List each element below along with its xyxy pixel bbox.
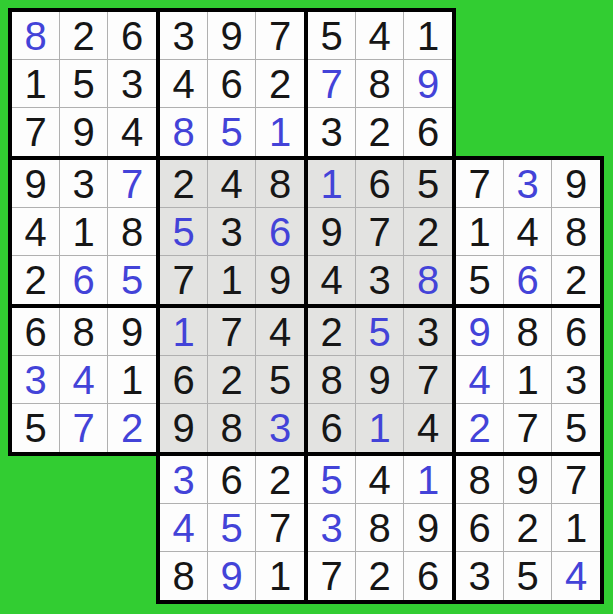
cell-r1c1[interactable]: 8 [12, 12, 60, 60]
cell-r8c4[interactable]: 6 [160, 356, 208, 404]
cell-r2c4[interactable]: 4 [160, 60, 208, 108]
cell-r4c2[interactable]: 3 [60, 160, 108, 208]
cell-r12c8[interactable]: 2 [356, 552, 404, 600]
cell-r6c7[interactable]: 4 [308, 256, 356, 304]
cell-r9c5[interactable]: 8 [208, 404, 256, 452]
cell-r2c5[interactable]: 6 [208, 60, 256, 108]
cell-r7c5[interactable]: 7 [208, 308, 256, 356]
cell-r9c8[interactable]: 1 [356, 404, 404, 452]
cell-r2c9[interactable]: 9 [404, 60, 452, 108]
cell-r1c7[interactable]: 5 [308, 12, 356, 60]
cell-r5c12[interactable]: 8 [552, 208, 600, 256]
cell-r2c6[interactable]: 2 [256, 60, 304, 108]
cell-r2c2[interactable]: 5 [60, 60, 108, 108]
cell-r12c11[interactable]: 5 [504, 552, 552, 600]
cell-r3c5[interactable]: 5 [208, 108, 256, 156]
cell-r2c1[interactable]: 1 [12, 60, 60, 108]
box-r2c4: 739148562 [452, 156, 604, 308]
cell-r5c6[interactable]: 6 [256, 208, 304, 256]
box-r4c3: 541389726 [304, 452, 456, 604]
cell-r7c9[interactable]: 3 [404, 308, 452, 356]
cell-r4c6[interactable]: 8 [256, 160, 304, 208]
cell-r8c7[interactable]: 8 [308, 356, 356, 404]
cell-r3c2[interactable]: 9 [60, 108, 108, 156]
box-r3c3: 253897614 [304, 304, 456, 456]
box-r1c2: 397462851 [156, 8, 308, 160]
cell-r9c1[interactable]: 5 [12, 404, 60, 452]
cell-r4c9[interactable]: 5 [404, 160, 452, 208]
cell-r10c11[interactable]: 9 [504, 456, 552, 504]
cell-r6c12[interactable]: 2 [552, 256, 600, 304]
cell-r10c9[interactable]: 1 [404, 456, 452, 504]
cell-r10c10[interactable]: 8 [456, 456, 504, 504]
cell-r4c1[interactable]: 9 [12, 160, 60, 208]
cell-r7c6[interactable]: 4 [256, 308, 304, 356]
cell-r5c8[interactable]: 7 [356, 208, 404, 256]
cell-r1c4[interactable]: 3 [160, 12, 208, 60]
box-r4c4: 897621354 [452, 452, 604, 604]
cell-r11c7[interactable]: 3 [308, 504, 356, 552]
cell-r9c4[interactable]: 9 [160, 404, 208, 452]
cell-r5c2[interactable]: 1 [60, 208, 108, 256]
cell-r7c2[interactable]: 8 [60, 308, 108, 356]
sudoku-board: 8261537943974628515417893269374182652485… [0, 0, 613, 614]
cell-r12c9[interactable]: 6 [404, 552, 452, 600]
box-r2c2: 248536719 [156, 156, 308, 308]
cell-r2c3[interactable]: 3 [108, 60, 156, 108]
cell-r5c4[interactable]: 5 [160, 208, 208, 256]
box-r2c1: 937418265 [8, 156, 160, 308]
cell-r3c7[interactable]: 3 [308, 108, 356, 156]
cell-r8c10[interactable]: 4 [456, 356, 504, 404]
box-r3c4: 986413275 [452, 304, 604, 456]
cell-r8c2[interactable]: 4 [60, 356, 108, 404]
cell-r5c3[interactable]: 8 [108, 208, 156, 256]
cell-r9c2[interactable]: 7 [60, 404, 108, 452]
cell-r10c6[interactable]: 2 [256, 456, 304, 504]
cell-r11c10[interactable]: 6 [456, 504, 504, 552]
cell-r8c12[interactable]: 3 [552, 356, 600, 404]
cell-r11c5[interactable]: 5 [208, 504, 256, 552]
cell-r6c11[interactable]: 6 [504, 256, 552, 304]
cell-r2c7[interactable]: 7 [308, 60, 356, 108]
cell-r12c4[interactable]: 8 [160, 552, 208, 600]
cell-r11c6[interactable]: 7 [256, 504, 304, 552]
cell-r7c12[interactable]: 6 [552, 308, 600, 356]
cell-r10c8[interactable]: 4 [356, 456, 404, 504]
cell-r4c10[interactable]: 7 [456, 160, 504, 208]
cell-r8c1[interactable]: 3 [12, 356, 60, 404]
cell-r11c9[interactable]: 9 [404, 504, 452, 552]
cell-r7c10[interactable]: 9 [456, 308, 504, 356]
cell-r9c3[interactable]: 2 [108, 404, 156, 452]
box-r4c2: 362457891 [156, 452, 308, 604]
cell-r5c11[interactable]: 4 [504, 208, 552, 256]
box-r2c3: 165972438 [304, 156, 456, 308]
box-r1c3: 541789326 [304, 8, 456, 160]
cell-r7c3[interactable]: 9 [108, 308, 156, 356]
cell-r12c6[interactable]: 1 [256, 552, 304, 600]
cell-r9c12[interactable]: 5 [552, 404, 600, 452]
cell-r9c10[interactable]: 2 [456, 404, 504, 452]
cell-r11c11[interactable]: 2 [504, 504, 552, 552]
cell-r7c1[interactable]: 6 [12, 308, 60, 356]
cell-r3c4[interactable]: 8 [160, 108, 208, 156]
cell-r6c1[interactable]: 2 [12, 256, 60, 304]
cell-r5c5[interactable]: 3 [208, 208, 256, 256]
cell-r5c1[interactable]: 4 [12, 208, 60, 256]
cell-r5c10[interactable]: 1 [456, 208, 504, 256]
cell-r8c5[interactable]: 2 [208, 356, 256, 404]
box-r3c1: 689341572 [8, 304, 160, 456]
cell-r8c3[interactable]: 1 [108, 356, 156, 404]
cell-r4c3[interactable]: 7 [108, 160, 156, 208]
cell-r6c10[interactable]: 5 [456, 256, 504, 304]
cell-r4c7[interactable]: 1 [308, 160, 356, 208]
cell-r6c6[interactable]: 9 [256, 256, 304, 304]
cell-r3c9[interactable]: 6 [404, 108, 452, 156]
cell-r9c7[interactable]: 6 [308, 404, 356, 452]
cell-r12c5[interactable]: 9 [208, 552, 256, 600]
cell-r9c9[interactable]: 4 [404, 404, 452, 452]
cell-r10c12[interactable]: 7 [552, 456, 600, 504]
cell-r1c6[interactable]: 7 [256, 12, 304, 60]
cell-r1c9[interactable]: 1 [404, 12, 452, 60]
cell-r9c11[interactable]: 7 [504, 404, 552, 452]
cell-r11c4[interactable]: 4 [160, 504, 208, 552]
cell-r3c8[interactable]: 2 [356, 108, 404, 156]
cell-r7c4[interactable]: 1 [160, 308, 208, 356]
cell-r10c4[interactable]: 3 [160, 456, 208, 504]
cell-r3c1[interactable]: 7 [12, 108, 60, 156]
cell-r6c3[interactable]: 5 [108, 256, 156, 304]
cell-r8c8[interactable]: 9 [356, 356, 404, 404]
cell-r6c2[interactable]: 6 [60, 256, 108, 304]
cell-r9c6[interactable]: 3 [256, 404, 304, 452]
box-r3c2: 174625983 [156, 304, 308, 456]
cell-r4c4[interactable]: 2 [160, 160, 208, 208]
cell-r10c5[interactable]: 6 [208, 456, 256, 504]
box-r1c1: 826153794 [8, 8, 160, 160]
cell-r11c8[interactable]: 8 [356, 504, 404, 552]
cell-r3c3[interactable]: 4 [108, 108, 156, 156]
cell-r6c4[interactable]: 7 [160, 256, 208, 304]
cell-r12c12[interactable]: 4 [552, 552, 600, 600]
cell-r12c10[interactable]: 3 [456, 552, 504, 600]
cell-r1c8[interactable]: 4 [356, 12, 404, 60]
cell-r7c8[interactable]: 5 [356, 308, 404, 356]
cell-r6c5[interactable]: 1 [208, 256, 256, 304]
cell-r4c5[interactable]: 4 [208, 160, 256, 208]
cell-r8c11[interactable]: 1 [504, 356, 552, 404]
cell-r5c7[interactable]: 9 [308, 208, 356, 256]
cell-r8c9[interactable]: 7 [404, 356, 452, 404]
cell-r10c7[interactable]: 5 [308, 456, 356, 504]
cell-r7c7[interactable]: 2 [308, 308, 356, 356]
cell-r3c6[interactable]: 1 [256, 108, 304, 156]
cell-r4c12[interactable]: 9 [552, 160, 600, 208]
cell-r7c11[interactable]: 8 [504, 308, 552, 356]
cell-r6c8[interactable]: 3 [356, 256, 404, 304]
cell-r1c3[interactable]: 6 [108, 12, 156, 60]
cell-r12c7[interactable]: 7 [308, 552, 356, 600]
cell-r1c2[interactable]: 2 [60, 12, 108, 60]
cell-r8c6[interactable]: 5 [256, 356, 304, 404]
cell-r2c8[interactable]: 8 [356, 60, 404, 108]
cell-r1c5[interactable]: 9 [208, 12, 256, 60]
cell-r4c8[interactable]: 6 [356, 160, 404, 208]
cell-r11c12[interactable]: 1 [552, 504, 600, 552]
cell-r5c9[interactable]: 2 [404, 208, 452, 256]
cell-r6c9[interactable]: 8 [404, 256, 452, 304]
cell-r4c11[interactable]: 3 [504, 160, 552, 208]
